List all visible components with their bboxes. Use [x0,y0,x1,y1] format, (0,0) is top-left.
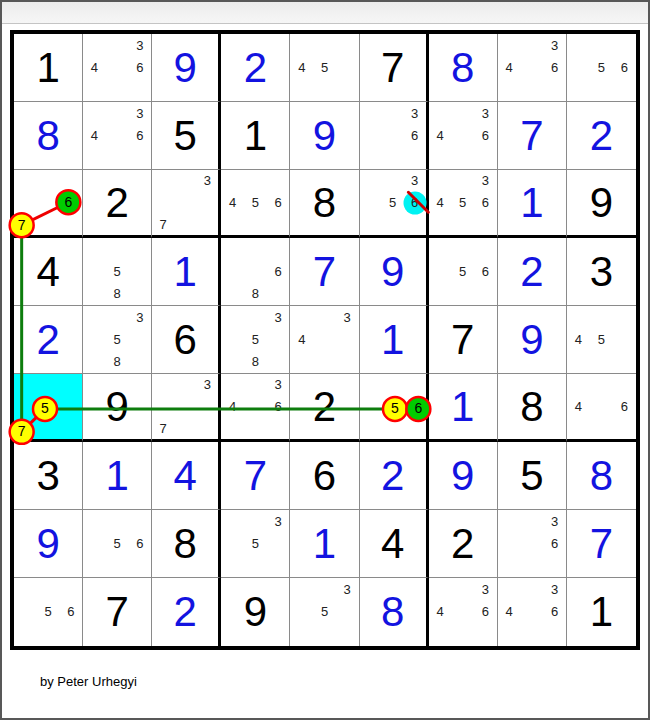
cell-r6c1[interactable] [14,374,83,442]
cell-r9c7[interactable]: 346 [429,578,498,646]
candidates: 34 [290,306,358,373]
given-digit: 5 [498,442,566,509]
given-digit: 8 [152,510,218,577]
cell-r8c7[interactable]: 2 [429,510,498,578]
cell-r3c7[interactable]: 3456 [429,170,498,238]
candidates: 346 [498,34,566,101]
cell-r6c7[interactable]: 1 [429,374,498,442]
given-digit: 9 [567,170,636,235]
solved-digit: 9 [14,510,82,577]
solved-digit: 1 [498,170,566,235]
solved-digit: 1 [290,510,358,577]
cell-r4c7[interactable]: 56 [429,238,498,306]
candidates: 358 [83,306,151,373]
candidates: 37 [152,170,218,235]
candidate-3: 3 [336,306,359,328]
cell-r8c4[interactable]: 35 [221,510,290,578]
solved-digit: 8 [14,102,82,169]
candidate-3: 3 [196,170,218,192]
cell-r5c2[interactable]: 358 [83,306,152,374]
candidate-4: 4 [290,56,313,78]
candidate-6: 6 [404,192,426,214]
cell-r5c3[interactable]: 6 [152,306,221,374]
cell-r5c7[interactable]: 7 [429,306,498,374]
cell-r7c1[interactable]: 3 [14,442,83,510]
candidate-3: 3 [267,306,290,328]
candidate-5: 5 [106,328,129,350]
cell-r5c4[interactable]: 358 [221,306,290,374]
cell-r7c5[interactable]: 6 [290,442,359,510]
solved-digit: 7 [221,442,289,509]
given-digit: 2 [290,374,358,439]
candidate-4: 4 [498,601,521,624]
given-digit: 8 [290,170,358,235]
solved-digit: 2 [152,578,218,646]
candidate-4: 4 [221,396,244,418]
cell-r9c4[interactable]: 9 [221,578,290,646]
candidate-4: 4 [429,601,452,624]
cell-r1c5[interactable]: 45 [290,34,359,102]
candidates: 346 [429,578,497,646]
candidates: 36 [360,102,426,169]
given-digit: 1 [14,34,82,101]
solved-digit: 2 [221,34,289,101]
cell-r2c8[interactable]: 7 [498,102,567,170]
given-digit: 9 [221,578,289,646]
candidates: 456 [221,170,289,235]
solved-digit: 1 [83,442,151,509]
cell-r3c5[interactable]: 8 [290,170,359,238]
given-digit: 3 [14,442,82,509]
cell-r3c2[interactable]: 2 [83,170,152,238]
candidate-5: 5 [244,328,267,350]
cell-r9c2[interactable]: 7 [83,578,152,646]
candidates: 346 [498,578,566,646]
solved-digit: 1 [152,238,218,305]
candidate-6: 6 [474,124,497,146]
given-digit: 7 [83,578,151,646]
given-digit: 4 [14,238,82,305]
candidate-6: 6 [129,56,152,78]
cell-r9c3[interactable]: 2 [152,578,221,646]
candidate-5: 5 [451,192,474,214]
cell-r6c2[interactable]: 9 [83,374,152,442]
cell-r2c5[interactable]: 9 [290,102,359,170]
candidate-5: 5 [37,601,60,624]
candidate-5: 5 [244,532,267,554]
solved-digit: 8 [360,578,426,646]
given-digit: 8 [498,374,566,439]
solved-digit: 9 [290,102,358,169]
candidate-5: 5 [313,56,336,78]
cell-r6c6[interactable] [360,374,429,442]
candidate-6: 6 [59,601,82,624]
cell-r6c9[interactable]: 46 [567,374,636,442]
candidate-3: 3 [474,170,497,192]
solved-digit: 1 [360,306,426,373]
candidate-6: 6 [404,124,426,146]
solved-digit: 2 [360,442,426,509]
solved-digit: 7 [498,102,566,169]
cell-r6c5[interactable]: 2 [290,374,359,442]
cell-r4c6[interactable]: 9 [360,238,429,306]
candidate-5: 5 [382,192,404,214]
cell-r1c4[interactable]: 2 [221,34,290,102]
candidate-3: 3 [474,102,497,124]
cell-r9c9[interactable]: 1 [567,578,636,646]
candidate-3: 3 [543,510,566,532]
candidates: 346 [221,374,289,439]
cell-r5c5[interactable]: 34 [290,306,359,374]
cell-r1c6[interactable]: 7 [360,34,429,102]
solved-digit: 9 [152,34,218,101]
cell-r4c1[interactable]: 4 [14,238,83,306]
candidates: 56 [567,34,636,101]
candidate-3: 3 [267,374,290,396]
candidate-3: 3 [474,578,497,601]
candidate-6: 6 [543,532,566,554]
cell-r7c7[interactable]: 9 [429,442,498,510]
cell-r2c7[interactable]: 346 [429,102,498,170]
cell-r5c6[interactable]: 1 [360,306,429,374]
candidate-3: 3 [129,306,152,328]
given-digit: 2 [429,510,497,577]
candidates: 68 [221,238,289,305]
given-digit: 6 [290,442,358,509]
candidates: 37 [152,374,218,439]
candidate-8: 8 [244,283,267,305]
cell-r2c3[interactable]: 5 [152,102,221,170]
cell-r3c6[interactable]: 356 [360,170,429,238]
cell-r4c9[interactable]: 3 [567,238,636,306]
solved-digit: 2 [14,306,82,373]
cell-r3c1[interactable] [14,170,83,238]
cell-r7c8[interactable]: 5 [498,442,567,510]
candidate-4: 4 [83,56,106,78]
cell-r7c2[interactable]: 1 [83,442,152,510]
candidate-3: 3 [543,34,566,56]
cell-r7c6[interactable]: 2 [360,442,429,510]
candidate-5: 5 [590,328,613,350]
cell-r9c6[interactable]: 8 [360,578,429,646]
candidates: 58 [83,238,151,305]
sudoku-app-window: 1346924578346568346519363467223745683563… [0,0,650,720]
candidates: 56 [429,238,497,305]
candidate-6: 6 [267,260,290,282]
credit-text: by Peter Urhegyi [40,674,137,689]
candidate-6: 6 [129,124,152,146]
candidate-5: 5 [451,260,474,282]
cell-r1c2[interactable]: 346 [83,34,152,102]
cell-r2c9[interactable]: 2 [567,102,636,170]
candidates: 356 [360,170,426,235]
candidates: 35 [290,578,358,646]
cell-r5c9[interactable]: 45 [567,306,636,374]
candidate-4: 4 [567,328,590,350]
candidate-7: 7 [152,417,174,439]
candidate-8: 8 [106,283,129,305]
cell-r3c4[interactable]: 456 [221,170,290,238]
cell-r4c2[interactable]: 58 [83,238,152,306]
given-digit: 9 [83,374,151,439]
given-digit: 4 [360,510,426,577]
given-digit: 5 [152,102,218,169]
given-digit: 7 [360,34,426,101]
given-digit: 3 [567,238,636,305]
solved-digit: 4 [152,442,218,509]
cell-r3c8[interactable]: 1 [498,170,567,238]
given-digit: 1 [567,578,636,646]
candidate-6: 6 [613,56,636,78]
candidate-6: 6 [267,192,290,214]
candidate-6: 6 [543,601,566,624]
cell-r6c8[interactable]: 8 [498,374,567,442]
candidate-3: 3 [196,374,218,396]
candidate-4: 4 [83,124,106,146]
solved-digit: 2 [567,102,636,169]
cell-r2c1[interactable]: 8 [14,102,83,170]
cell-r2c2[interactable]: 346 [83,102,152,170]
candidate-3: 3 [404,170,426,192]
candidate-6: 6 [613,396,636,418]
cell-r8c3[interactable]: 8 [152,510,221,578]
candidates: 35 [221,510,289,577]
solved-digit: 2 [498,238,566,305]
candidate-3: 3 [129,102,152,124]
cell-r6c4[interactable]: 346 [221,374,290,442]
cell-r8c6[interactable]: 4 [360,510,429,578]
cell-r5c8[interactable]: 9 [498,306,567,374]
candidates: 36 [498,510,566,577]
cell-r8c8[interactable]: 36 [498,510,567,578]
solved-digit: 9 [429,442,497,509]
candidate-3: 3 [336,578,359,601]
candidate-3: 3 [129,34,152,56]
cell-r6c3[interactable]: 37 [152,374,221,442]
cell-r2c6[interactable]: 36 [360,102,429,170]
cell-r8c2[interactable]: 56 [83,510,152,578]
cell-r7c4[interactable]: 7 [221,442,290,510]
cell-r3c3[interactable]: 37 [152,170,221,238]
candidates: 346 [83,102,151,169]
cell-r1c9[interactable]: 56 [567,34,636,102]
candidate-5: 5 [106,532,129,554]
cell-r8c1[interactable]: 9 [14,510,83,578]
cell-r1c1[interactable]: 1 [14,34,83,102]
candidates: 56 [14,578,82,646]
solved-digit: 7 [567,510,636,577]
cell-r1c3[interactable]: 9 [152,34,221,102]
cell-r9c8[interactable]: 346 [498,578,567,646]
given-digit: 7 [429,306,497,373]
candidates: 346 [83,34,151,101]
candidates: 56 [83,510,151,577]
candidate-5: 5 [313,601,336,624]
candidate-5: 5 [590,56,613,78]
solved-digit: 9 [498,306,566,373]
candidate-3: 3 [543,578,566,601]
candidate-8: 8 [106,351,129,373]
candidate-4: 4 [290,328,313,350]
cell-r7c9[interactable]: 8 [567,442,636,510]
cell-r2c4[interactable]: 1 [221,102,290,170]
candidate-3: 3 [267,510,290,532]
candidates: 346 [429,102,497,169]
candidates: 45 [567,306,636,373]
candidate-6: 6 [129,532,152,554]
candidate-8: 8 [244,351,267,373]
candidate-3: 3 [404,102,426,124]
cell-r8c5[interactable]: 1 [290,510,359,578]
candidate-5: 5 [106,260,129,282]
candidates: 46 [567,374,636,439]
cell-r9c1[interactable]: 56 [14,578,83,646]
candidate-6: 6 [474,260,497,282]
cell-r4c3[interactable]: 1 [152,238,221,306]
candidates: 358 [221,306,289,373]
cell-r1c8[interactable]: 346 [498,34,567,102]
toolbar-strip [2,2,648,24]
candidate-4: 4 [221,192,244,214]
solved-digit: 8 [567,442,636,509]
candidate-6: 6 [474,192,497,214]
cell-r4c5[interactable]: 7 [290,238,359,306]
candidate-6: 6 [267,396,290,418]
candidate-6: 6 [474,601,497,624]
solved-digit: 1 [429,374,497,439]
given-digit: 6 [152,306,218,373]
cell-r1c7[interactable]: 8 [429,34,498,102]
cell-r4c8[interactable]: 2 [498,238,567,306]
cell-r4c4[interactable]: 68 [221,238,290,306]
given-digit: 2 [83,170,151,235]
solved-digit: 8 [429,34,497,101]
candidate-4: 4 [429,124,452,146]
candidate-7: 7 [152,213,174,235]
candidate-4: 4 [498,56,521,78]
candidate-5: 5 [244,192,267,214]
candidates: 3456 [429,170,497,235]
cell-r7c3[interactable]: 4 [152,442,221,510]
candidate-4: 4 [429,192,452,214]
candidate-6: 6 [543,56,566,78]
cell-r8c9[interactable]: 7 [567,510,636,578]
solved-digit: 9 [360,238,426,305]
candidates: 45 [290,34,358,101]
solved-digit: 7 [290,238,358,305]
sudoku-grid: 1346924578346568346519363467223745683563… [10,30,640,650]
given-digit: 1 [221,102,289,169]
cell-r5c1[interactable]: 2 [14,306,83,374]
candidate-4: 4 [567,396,590,418]
cell-r3c9[interactable]: 9 [567,170,636,238]
cell-r9c5[interactable]: 35 [290,578,359,646]
